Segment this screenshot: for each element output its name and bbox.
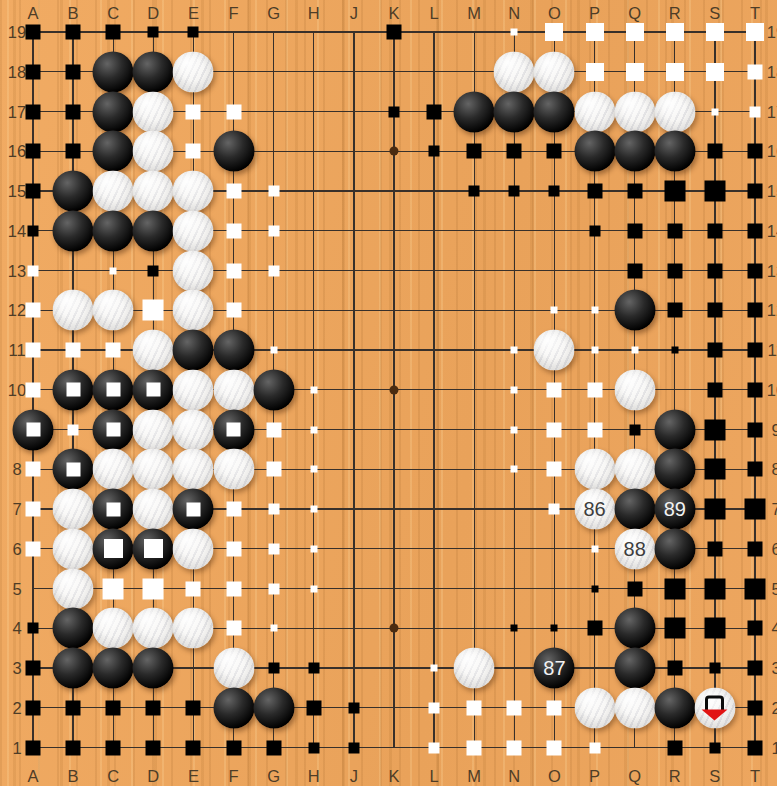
coord-label-left-10: 10 [8, 380, 26, 399]
territory-marker-white-F14 [226, 223, 241, 238]
stone-white-F10[interactable] [213, 369, 254, 410]
stone-white-B5[interactable] [53, 568, 94, 609]
territory-marker-white-G14 [268, 225, 279, 236]
coord-label-left-19: 19 [8, 23, 26, 42]
coord-label-bottom-K: K [388, 767, 399, 786]
territory-marker-black-M15 [469, 186, 480, 197]
territory-marker-white-G9 [266, 422, 281, 437]
coord-label-bottom-J: J [350, 767, 358, 786]
territory-marker-black-H3 [308, 663, 319, 674]
territory-marker-white-F13 [226, 263, 241, 278]
coord-label-left-12: 12 [8, 301, 26, 320]
territory-marker-black-R4 [664, 618, 685, 639]
coord-label-left-18: 18 [8, 62, 26, 81]
territory-marker-white-S17 [711, 108, 718, 115]
territory-marker-white-L1 [429, 742, 440, 753]
stone-black-F16[interactable] [213, 131, 254, 172]
territory-marker-white-F4 [226, 621, 241, 636]
territory-marker-black-R1 [667, 740, 682, 755]
stone-black-R16[interactable] [654, 131, 695, 172]
territory-marker-white-C11 [106, 343, 121, 358]
coord-label-top-J: J [350, 4, 358, 23]
coord-label-right-14: 14 [767, 221, 777, 240]
coord-label-bottom-H: H [308, 767, 320, 786]
coord-label-bottom-O: O [548, 767, 561, 786]
stone-white-Q8[interactable] [614, 449, 655, 490]
territory-marker-black-A18 [26, 64, 41, 79]
stone-white-D15[interactable] [133, 171, 174, 212]
territory-marker-white-H10 [310, 386, 317, 393]
hoshi-point-K4 [389, 624, 398, 633]
coord-label-right-6: 6 [771, 539, 777, 558]
territory-marker-black-S4 [704, 618, 725, 639]
stone-black-C6[interactable] [93, 528, 134, 569]
stone-white-C15[interactable] [93, 171, 134, 212]
stone-black-R6[interactable] [654, 528, 695, 569]
territory-marker-black-S8 [704, 459, 725, 480]
stone-white-D11[interactable] [133, 330, 174, 371]
territory-marker-black-B16 [66, 144, 81, 159]
stone-white-E6[interactable] [173, 528, 214, 569]
stone-black-B14[interactable] [53, 210, 94, 251]
territory-marker-black-P5 [591, 585, 598, 592]
territory-marker-black-B2 [66, 700, 81, 715]
dead-stone-marker-D6 [144, 539, 163, 558]
territory-marker-black-A19 [26, 25, 41, 40]
stone-black-D10[interactable] [133, 369, 174, 410]
territory-marker-black-T5 [744, 578, 765, 599]
territory-marker-black-B19 [66, 25, 81, 40]
coord-label-right-9: 9 [771, 420, 777, 439]
grid-line-vertical-M [474, 32, 475, 748]
territory-marker-white-G7 [268, 504, 279, 515]
stone-black-G10[interactable] [253, 369, 294, 410]
territory-marker-white-A8 [26, 462, 41, 477]
stone-white-P17[interactable] [574, 91, 615, 132]
stone-black-D18[interactable] [133, 51, 174, 92]
territory-marker-black-G1 [266, 740, 281, 755]
territory-marker-white-M1 [467, 740, 482, 755]
stone-black-F9[interactable] [213, 409, 254, 450]
stone-black-O17[interactable] [534, 91, 575, 132]
last-move-triangle-icon [702, 709, 728, 720]
dead-stone-marker-B8 [66, 462, 80, 476]
dead-stone-marker-B10 [66, 383, 80, 397]
dead-stone-marker-C9 [106, 423, 120, 437]
stone-black-Q4[interactable] [614, 608, 655, 649]
territory-marker-black-T3 [747, 661, 762, 676]
stone-black-A9[interactable] [13, 409, 54, 450]
coord-label-right-10: 10 [767, 380, 777, 399]
coord-label-bottom-B: B [68, 767, 79, 786]
territory-marker-white-R18 [666, 63, 684, 81]
stone-white-P8[interactable] [574, 449, 615, 490]
stone-white-E14[interactable] [173, 210, 214, 251]
stone-white-D9[interactable] [133, 409, 174, 450]
territory-marker-white-G8 [266, 462, 281, 477]
territory-marker-black-S16 [707, 144, 722, 159]
territory-marker-black-R3 [667, 661, 682, 676]
move-number-89: 89 [654, 489, 695, 530]
territory-marker-black-R14 [667, 223, 682, 238]
territory-marker-white-G6 [268, 543, 279, 554]
territory-marker-black-T6 [747, 541, 762, 556]
stone-white-Q17[interactable] [614, 91, 655, 132]
territory-marker-white-G5 [268, 583, 279, 594]
coord-label-right-13: 13 [767, 261, 777, 280]
stone-black-C18[interactable] [93, 51, 134, 92]
coord-label-top-Q: Q [628, 4, 641, 23]
stone-white-E9[interactable] [173, 409, 214, 450]
territory-marker-black-S14 [707, 223, 722, 238]
territory-marker-black-A3 [26, 661, 41, 676]
stone-black-B8[interactable] [53, 449, 94, 490]
territory-marker-white-P12 [591, 307, 598, 314]
territory-marker-black-F1 [226, 740, 241, 755]
territory-marker-white-F17 [226, 104, 241, 119]
stone-white-O18[interactable] [534, 51, 575, 92]
stone-white-Q6[interactable]: 88 [614, 528, 655, 569]
coord-label-bottom-F: F [229, 767, 239, 786]
stone-black-B10[interactable] [53, 369, 94, 410]
territory-marker-white-G11 [270, 347, 277, 354]
stone-black-Q12[interactable] [614, 290, 655, 331]
territory-marker-white-A6 [26, 541, 41, 556]
territory-marker-white-H8 [310, 466, 317, 473]
coord-label-top-H: H [308, 4, 320, 23]
territory-marker-white-Q11 [631, 347, 638, 354]
territory-marker-white-C5 [103, 578, 124, 599]
territory-marker-black-K17 [388, 106, 399, 117]
coord-label-left-3: 3 [12, 659, 21, 678]
territory-marker-white-F12 [226, 303, 241, 318]
territory-marker-white-R19 [666, 23, 684, 41]
coord-label-top-N: N [508, 4, 520, 23]
coord-label-bottom-A: A [27, 767, 38, 786]
territory-marker-white-E17 [186, 104, 201, 119]
stone-black-F2[interactable] [213, 687, 254, 728]
stone-black-R8[interactable] [654, 449, 695, 490]
territory-marker-black-T10 [747, 382, 762, 397]
territory-marker-black-E19 [188, 27, 199, 38]
territory-marker-black-T15 [747, 184, 762, 199]
coord-label-left-14: 14 [8, 221, 26, 240]
coord-label-top-A: A [27, 4, 38, 23]
territory-marker-black-Q9 [629, 424, 640, 435]
territory-marker-black-B1 [66, 740, 81, 755]
territory-marker-white-T17 [749, 106, 760, 117]
coord-label-left-2: 2 [12, 698, 21, 717]
territory-marker-black-S13 [707, 263, 722, 278]
stone-black-C17[interactable] [93, 91, 134, 132]
stone-white-M3[interactable] [454, 648, 495, 689]
stone-white-P7[interactable]: 86 [574, 489, 615, 530]
territory-marker-black-L16 [429, 146, 440, 157]
territory-marker-black-H1 [308, 742, 319, 753]
dead-stone-marker-E7 [186, 502, 200, 516]
stone-black-R2[interactable] [654, 687, 695, 728]
stone-white-E8[interactable] [173, 449, 214, 490]
coord-label-left-6: 6 [12, 539, 21, 558]
stone-black-N17[interactable] [494, 91, 535, 132]
stone-white-E13[interactable] [173, 250, 214, 291]
coord-label-right-12: 12 [767, 301, 777, 320]
stone-black-B15[interactable] [53, 171, 94, 212]
territory-marker-white-F5 [226, 581, 241, 596]
stone-white-E12[interactable] [173, 290, 214, 331]
stone-black-C16[interactable] [93, 131, 134, 172]
dead-stone-marker-C7 [106, 502, 120, 516]
stone-white-C8[interactable] [93, 449, 134, 490]
stone-black-D3[interactable] [133, 648, 174, 689]
territory-marker-black-T11 [747, 343, 762, 358]
stone-black-B4[interactable] [53, 608, 94, 649]
territory-marker-black-Q5 [627, 581, 642, 596]
territory-marker-white-O8 [547, 462, 562, 477]
territory-marker-white-H9 [310, 426, 317, 433]
stone-white-Q10[interactable] [614, 369, 655, 410]
territory-marker-white-O9 [547, 422, 562, 437]
stone-white-D8[interactable] [133, 449, 174, 490]
stone-black-C10[interactable] [93, 369, 134, 410]
territory-marker-black-T13 [747, 263, 762, 278]
territory-marker-white-B11 [66, 343, 81, 358]
dead-stone-marker-C6 [104, 539, 123, 558]
coord-label-left-17: 17 [8, 102, 26, 121]
stone-black-P16[interactable] [574, 131, 615, 172]
territory-marker-white-H7 [310, 506, 317, 513]
territory-marker-black-A15 [26, 184, 41, 199]
stone-black-M17[interactable] [454, 91, 495, 132]
stone-black-G2[interactable] [253, 687, 294, 728]
territory-marker-black-B17 [66, 104, 81, 119]
territory-marker-black-Q13 [627, 263, 642, 278]
coord-label-bottom-T: T [750, 767, 760, 786]
territory-marker-black-P14 [589, 225, 600, 236]
territory-marker-black-Q15 [627, 184, 642, 199]
territory-marker-black-J2 [348, 702, 359, 713]
coord-label-left-5: 5 [12, 579, 21, 598]
territory-marker-black-S6 [707, 541, 722, 556]
grid-line-horizontal-1 [33, 747, 755, 748]
territory-marker-black-R12 [667, 303, 682, 318]
stone-black-Q3[interactable] [614, 648, 655, 689]
territory-marker-white-H6 [310, 545, 317, 552]
stone-white-Q2[interactable] [614, 687, 655, 728]
territory-marker-black-C1 [106, 740, 121, 755]
coord-label-bottom-D: D [147, 767, 159, 786]
coord-label-left-8: 8 [12, 460, 21, 479]
stone-white-D7[interactable] [133, 489, 174, 530]
coord-label-right-5: 5 [771, 579, 777, 598]
territory-marker-white-P11 [591, 347, 598, 354]
territory-marker-black-A2 [26, 700, 41, 715]
territory-marker-white-O12 [551, 307, 558, 314]
coord-label-right-19: 19 [767, 23, 777, 42]
stone-black-C3[interactable] [93, 648, 134, 689]
coord-label-right-16: 16 [767, 142, 777, 161]
stone-black-E11[interactable] [173, 330, 214, 371]
coord-label-bottom-M: M [467, 767, 481, 786]
coord-label-bottom-L: L [430, 767, 439, 786]
stone-white-E4[interactable] [173, 608, 214, 649]
territory-marker-white-P10 [587, 382, 602, 397]
territory-marker-black-S15 [704, 181, 725, 202]
territory-marker-white-N19 [511, 29, 518, 36]
stone-white-D17[interactable] [133, 91, 174, 132]
territory-marker-black-L17 [427, 104, 442, 119]
stone-black-O3[interactable]: 87 [534, 648, 575, 689]
territory-marker-white-P6 [591, 545, 598, 552]
go-board-19x19[interactable]: AABBCCDDEEFFGGHHJJKKLLMMNNOOPPQQRRSSTT19… [0, 0, 777, 786]
territory-marker-white-A12 [26, 303, 41, 318]
territory-marker-black-M16 [467, 144, 482, 159]
coord-label-bottom-N: N [508, 767, 520, 786]
territory-marker-white-M2 [467, 700, 482, 715]
stone-white-D16[interactable] [133, 131, 174, 172]
dead-stone-marker-C10 [106, 383, 120, 397]
coord-label-bottom-C: C [107, 767, 119, 786]
coord-label-left-1: 1 [12, 738, 21, 757]
territory-marker-black-R11 [671, 347, 678, 354]
territory-marker-white-H5 [310, 585, 317, 592]
stone-white-E18[interactable] [173, 51, 214, 92]
territory-marker-white-T18 [747, 64, 762, 79]
coord-label-top-E: E [188, 4, 199, 23]
stone-black-C9[interactable] [93, 409, 134, 450]
territory-marker-black-A16 [26, 144, 41, 159]
coord-label-top-L: L [430, 4, 439, 23]
stone-black-F11[interactable] [213, 330, 254, 371]
stone-white-B12[interactable] [53, 290, 94, 331]
territory-marker-white-N11 [511, 347, 518, 354]
territory-marker-black-S10 [707, 382, 722, 397]
stone-white-F8[interactable] [213, 449, 254, 490]
territory-marker-white-P18 [586, 63, 604, 81]
territory-marker-white-S18 [706, 63, 724, 81]
coord-label-bottom-P: P [589, 767, 600, 786]
territory-marker-black-D2 [146, 700, 161, 715]
coord-label-right-1: 1 [771, 738, 777, 757]
territory-marker-white-A7 [26, 502, 41, 517]
territory-marker-black-A14 [28, 225, 39, 236]
stone-white-E15[interactable] [173, 171, 214, 212]
hoshi-point-K10 [389, 385, 398, 394]
stone-black-D14[interactable] [133, 210, 174, 251]
territory-marker-black-T16 [747, 144, 762, 159]
grid-line-vertical-L [433, 32, 434, 748]
coord-label-right-15: 15 [767, 182, 777, 201]
move-number-88: 88 [614, 528, 655, 569]
territory-marker-black-T12 [747, 303, 762, 318]
territory-marker-black-C2 [106, 700, 121, 715]
coord-label-right-2: 2 [771, 698, 777, 717]
territory-marker-white-C13 [110, 267, 117, 274]
territory-marker-white-N2 [507, 700, 522, 715]
stone-white-B6[interactable] [53, 528, 94, 569]
stone-black-R7[interactable]: 89 [654, 489, 695, 530]
territory-marker-black-N16 [507, 144, 522, 159]
territory-marker-black-R15 [664, 181, 685, 202]
territory-marker-black-O4 [551, 625, 558, 632]
territory-marker-white-S19 [706, 23, 724, 41]
coord-label-right-3: 3 [771, 659, 777, 678]
territory-marker-white-O2 [547, 700, 562, 715]
stone-black-E7[interactable] [173, 489, 214, 530]
territory-marker-white-G13 [268, 265, 279, 276]
stone-black-D6[interactable] [133, 528, 174, 569]
territory-marker-black-N15 [509, 186, 520, 197]
territory-marker-black-A17 [26, 104, 41, 119]
territory-marker-black-D13 [148, 265, 159, 276]
territory-marker-white-A13 [28, 265, 39, 276]
coord-label-bottom-Q: Q [628, 767, 641, 786]
coord-label-top-B: B [68, 4, 79, 23]
grid-line-horizontal-5 [33, 588, 755, 589]
stone-white-R17[interactable] [654, 91, 695, 132]
territory-marker-black-E1 [186, 740, 201, 755]
territory-marker-black-P4 [587, 621, 602, 636]
territory-marker-white-T19 [746, 23, 764, 41]
stone-white-D4[interactable] [133, 608, 174, 649]
territory-marker-black-K19 [386, 25, 401, 40]
territory-marker-black-R5 [664, 578, 685, 599]
territory-marker-black-C19 [106, 25, 121, 40]
stone-white-S2[interactable] [694, 687, 735, 728]
stone-white-O11[interactable] [534, 330, 575, 371]
stone-white-N18[interactable] [494, 51, 535, 92]
territory-marker-black-Q14 [627, 223, 642, 238]
coord-label-bottom-E: E [188, 767, 199, 786]
coord-label-right-18: 18 [767, 62, 777, 81]
territory-marker-black-A1 [26, 740, 41, 755]
territory-marker-black-T8 [747, 462, 762, 477]
territory-marker-black-P15 [587, 184, 602, 199]
coord-label-left-16: 16 [8, 142, 26, 161]
territory-marker-white-P19 [586, 23, 604, 41]
territory-marker-white-Q18 [626, 63, 644, 81]
territory-marker-black-S5 [704, 578, 725, 599]
stone-black-C7[interactable] [93, 489, 134, 530]
stone-black-R9[interactable] [654, 409, 695, 450]
coord-label-bottom-R: R [669, 767, 681, 786]
territory-marker-white-A11 [26, 343, 41, 358]
stone-white-P2[interactable] [574, 687, 615, 728]
territory-marker-black-N4 [511, 625, 518, 632]
stone-white-B7[interactable] [53, 489, 94, 530]
stone-white-E10[interactable] [173, 369, 214, 410]
coord-label-left-13: 13 [8, 261, 26, 280]
territory-marker-black-S11 [707, 343, 722, 358]
coord-label-top-O: O [548, 4, 561, 23]
stone-black-C14[interactable] [93, 210, 134, 251]
stone-white-C4[interactable] [93, 608, 134, 649]
territory-marker-white-N8 [511, 466, 518, 473]
coord-label-right-11: 11 [767, 341, 777, 360]
coord-label-left-11: 11 [8, 341, 25, 360]
territory-marker-white-L2 [429, 702, 440, 713]
stone-black-B3[interactable] [53, 648, 94, 689]
coord-label-right-8: 8 [771, 460, 777, 479]
stone-black-Q16[interactable] [614, 131, 655, 172]
coord-label-top-P: P [589, 4, 600, 23]
coord-label-right-4: 4 [771, 619, 777, 638]
stone-white-C12[interactable] [93, 290, 134, 331]
territory-marker-black-H2 [306, 700, 321, 715]
stone-white-F3[interactable] [213, 648, 254, 689]
stone-black-Q7[interactable] [614, 489, 655, 530]
coord-label-top-G: G [267, 4, 280, 23]
